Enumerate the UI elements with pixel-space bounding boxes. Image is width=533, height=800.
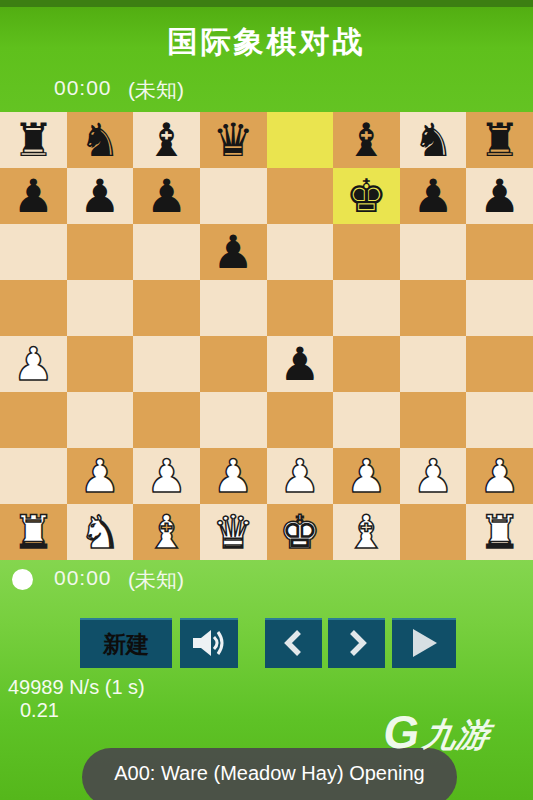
square-a1[interactable]: ♜	[0, 504, 67, 560]
sound-button[interactable]	[180, 618, 238, 668]
chevron-left-icon	[281, 628, 307, 661]
square-f2[interactable]: ♟	[333, 448, 400, 504]
engine-evaluation: 0.21	[8, 699, 145, 722]
chess-board[interactable]: ♜♞♝♛♝♞♜♟♟♟♚♟♟♟♟♟♟♟♟♟♟♟♟♜♞♝♛♚♝♜	[0, 112, 533, 560]
play-button[interactable]	[392, 618, 456, 668]
next-move-button[interactable]	[328, 618, 385, 668]
black-pawn-piece: ♟	[146, 168, 187, 224]
white-pawn-piece: ♟	[146, 448, 187, 504]
jiuyou-brand-text: 九游	[420, 712, 492, 758]
square-c3[interactable]	[133, 392, 200, 448]
jiuyou-logo-icon: G	[380, 706, 423, 758]
status-bar	[0, 0, 533, 7]
square-g7[interactable]: ♟	[400, 168, 467, 224]
square-e5[interactable]	[267, 280, 334, 336]
white-player-name: (未知)	[128, 566, 184, 594]
black-king-piece: ♚	[346, 168, 387, 224]
square-f1[interactable]: ♝	[333, 504, 400, 560]
previous-move-button[interactable]	[265, 618, 322, 668]
square-f4[interactable]	[333, 336, 400, 392]
white-player-row: 00:00 (未知)	[0, 566, 533, 592]
white-bishop-piece: ♝	[346, 504, 387, 560]
square-c7[interactable]: ♟	[133, 168, 200, 224]
white-rook-piece: ♜	[13, 504, 54, 560]
square-d5[interactable]	[200, 280, 267, 336]
white-rook-piece: ♜	[479, 504, 520, 560]
white-queen-piece: ♛	[213, 504, 254, 560]
square-e7[interactable]	[267, 168, 334, 224]
square-a3[interactable]	[0, 392, 67, 448]
square-g3[interactable]	[400, 392, 467, 448]
black-clock: 00:00	[54, 76, 112, 100]
new-game-button[interactable]: 新建	[80, 618, 172, 668]
square-g6[interactable]	[400, 224, 467, 280]
square-b7[interactable]: ♟	[67, 168, 134, 224]
square-b3[interactable]	[67, 392, 134, 448]
square-f3[interactable]	[333, 392, 400, 448]
square-h7[interactable]: ♟	[466, 168, 533, 224]
square-f7[interactable]: ♚	[333, 168, 400, 224]
app-title: 国际象棋对战	[0, 22, 533, 63]
jiuyou-watermark: G 九游	[380, 706, 493, 758]
square-d1[interactable]: ♛	[200, 504, 267, 560]
square-g2[interactable]: ♟	[400, 448, 467, 504]
black-bishop-piece: ♝	[346, 112, 387, 168]
black-pawn-piece: ♟	[279, 336, 320, 392]
square-c8[interactable]: ♝	[133, 112, 200, 168]
black-bishop-piece: ♝	[146, 112, 187, 168]
square-b2[interactable]: ♟	[67, 448, 134, 504]
white-pawn-piece: ♟	[213, 448, 254, 504]
square-h6[interactable]	[466, 224, 533, 280]
square-e8[interactable]	[267, 112, 334, 168]
square-b4[interactable]	[67, 336, 134, 392]
square-f8[interactable]: ♝	[333, 112, 400, 168]
square-h3[interactable]	[466, 392, 533, 448]
black-rook-piece: ♜	[13, 112, 54, 168]
square-a7[interactable]: ♟	[0, 168, 67, 224]
white-bishop-piece: ♝	[146, 504, 187, 560]
square-g8[interactable]: ♞	[400, 112, 467, 168]
square-a5[interactable]	[0, 280, 67, 336]
square-d6[interactable]: ♟	[200, 224, 267, 280]
white-turn-indicator	[12, 569, 33, 590]
black-player-row: 00:00 (未知)	[0, 76, 533, 102]
app-screen: 国际象棋对战 00:00 (未知) ♜♞♝♛♝♞♜♟♟♟♚♟♟♟♟♟♟♟♟♟♟♟…	[0, 0, 533, 800]
square-c4[interactable]	[133, 336, 200, 392]
white-clock: 00:00	[54, 566, 112, 590]
square-e2[interactable]: ♟	[267, 448, 334, 504]
square-b8[interactable]: ♞	[67, 112, 134, 168]
square-h2[interactable]: ♟	[466, 448, 533, 504]
square-e1[interactable]: ♚	[267, 504, 334, 560]
black-queen-piece: ♛	[213, 112, 254, 168]
engine-speed: 49989 N/s (1 s)	[8, 676, 145, 699]
white-pawn-piece: ♟	[346, 448, 387, 504]
square-b6[interactable]	[67, 224, 134, 280]
black-knight-piece: ♞	[412, 112, 453, 168]
opening-name: A00: Ware (Meadow Hay) Opening	[114, 762, 425, 785]
white-pawn-piece: ♟	[479, 448, 520, 504]
square-d3[interactable]	[200, 392, 267, 448]
square-h5[interactable]	[466, 280, 533, 336]
control-bar: 新建	[80, 618, 456, 668]
black-knight-piece: ♞	[79, 112, 120, 168]
square-d2[interactable]: ♟	[200, 448, 267, 504]
square-b1[interactable]: ♞	[67, 504, 134, 560]
white-pawn-piece: ♟	[412, 448, 453, 504]
square-g5[interactable]	[400, 280, 467, 336]
square-g1[interactable]	[400, 504, 467, 560]
square-d8[interactable]: ♛	[200, 112, 267, 168]
black-pawn-piece: ♟	[213, 224, 254, 280]
square-e3[interactable]	[267, 392, 334, 448]
square-a4[interactable]: ♟	[0, 336, 67, 392]
black-pawn-piece: ♟	[79, 168, 120, 224]
square-d7[interactable]	[200, 168, 267, 224]
square-c2[interactable]: ♟	[133, 448, 200, 504]
square-e6[interactable]	[267, 224, 334, 280]
white-knight-piece: ♞	[79, 504, 120, 560]
square-c5[interactable]	[133, 280, 200, 336]
engine-info: 49989 N/s (1 s) 0.21	[8, 676, 145, 722]
square-h1[interactable]: ♜	[466, 504, 533, 560]
black-pawn-piece: ♟	[479, 168, 520, 224]
square-f5[interactable]	[333, 280, 400, 336]
square-a6[interactable]	[0, 224, 67, 280]
black-pawn-piece: ♟	[412, 168, 453, 224]
square-e4[interactable]: ♟	[267, 336, 334, 392]
square-h4[interactable]	[466, 336, 533, 392]
white-pawn-piece: ♟	[79, 448, 120, 504]
square-d4[interactable]	[200, 336, 267, 392]
square-b5[interactable]	[67, 280, 134, 336]
square-f6[interactable]	[333, 224, 400, 280]
speaker-icon	[191, 628, 227, 661]
square-c1[interactable]: ♝	[133, 504, 200, 560]
white-pawn-piece: ♟	[13, 336, 54, 392]
square-g4[interactable]	[400, 336, 467, 392]
white-king-piece: ♚	[279, 504, 320, 560]
black-player-name: (未知)	[128, 76, 184, 104]
square-a2[interactable]	[0, 448, 67, 504]
square-h8[interactable]: ♜	[466, 112, 533, 168]
white-pawn-piece: ♟	[279, 448, 320, 504]
black-pawn-piece: ♟	[13, 168, 54, 224]
black-rook-piece: ♜	[479, 112, 520, 168]
play-icon	[408, 627, 440, 662]
square-c6[interactable]	[133, 224, 200, 280]
square-a8[interactable]: ♜	[0, 112, 67, 168]
chevron-right-icon	[344, 628, 370, 661]
